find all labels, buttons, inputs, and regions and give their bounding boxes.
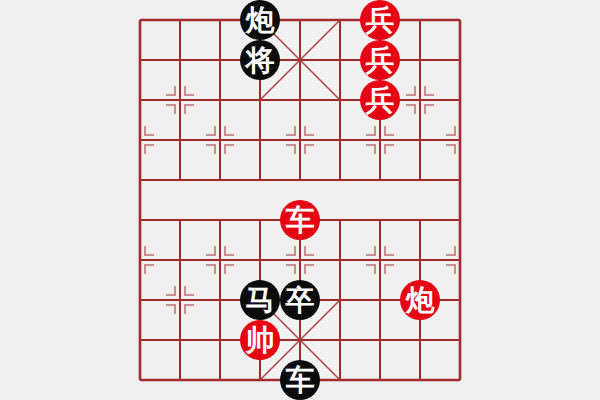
board-point[interactable]: 兵: [360, 80, 400, 120]
piece-black-general[interactable]: 将: [240, 40, 280, 80]
piece-black-cannon[interactable]: 炮: [240, 0, 280, 40]
xiangqi-board[interactable]: 炮兵将兵兵车马卒炮帅车: [120, 0, 480, 400]
piece-red-cannon[interactable]: 炮: [400, 280, 440, 320]
piece-glyph: 兵: [366, 6, 395, 35]
pieces-layer: 炮兵将兵兵车马卒炮帅车: [120, 0, 480, 400]
piece-black-horse[interactable]: 马: [240, 280, 280, 320]
piece-glyph: 将: [246, 46, 275, 75]
board-point[interactable]: 炮: [240, 0, 280, 40]
piece-red-chariot[interactable]: 车: [280, 200, 320, 240]
board-point[interactable]: 帅: [240, 320, 280, 360]
piece-black-chariot[interactable]: 车: [280, 360, 320, 400]
piece-glyph: 帅: [246, 326, 275, 355]
board-point[interactable]: 将: [240, 40, 280, 80]
piece-glyph: 马: [246, 286, 275, 315]
board-point[interactable]: 炮: [400, 280, 440, 320]
piece-red-soldier[interactable]: 兵: [360, 40, 400, 80]
piece-glyph: 炮: [406, 286, 435, 315]
board-point[interactable]: 兵: [360, 0, 400, 40]
board-point[interactable]: 兵: [360, 40, 400, 80]
board-point[interactable]: 马: [240, 280, 280, 320]
piece-black-soldier[interactable]: 卒: [280, 280, 320, 320]
piece-glyph: 车: [286, 206, 315, 235]
piece-glyph: 卒: [286, 286, 315, 315]
piece-glyph: 车: [286, 366, 315, 395]
board-point[interactable]: 车: [280, 360, 320, 400]
piece-red-general[interactable]: 帅: [240, 320, 280, 360]
piece-glyph: 兵: [366, 46, 395, 75]
piece-glyph: 兵: [366, 86, 395, 115]
piece-red-soldier[interactable]: 兵: [360, 0, 400, 40]
board-point[interactable]: 车: [280, 200, 320, 240]
board-point[interactable]: 卒: [280, 280, 320, 320]
piece-red-soldier[interactable]: 兵: [360, 80, 400, 120]
piece-glyph: 炮: [246, 6, 275, 35]
